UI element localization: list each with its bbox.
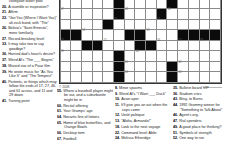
clue-number: 10.: [115, 97, 121, 101]
grid-cell[interactable]: [82, 0, 92, 8]
grid-cell[interactable]: [93, 72, 103, 82]
clue-number: 55.: [57, 89, 63, 93]
cell-number: 54: [61, 40, 64, 43]
clue-item: 51. Symbols of strength: [173, 131, 234, 135]
grid-cell[interactable]: [189, 20, 199, 30]
grid-cell[interactable]: [157, 72, 167, 82]
grid-cell[interactable]: 62: [178, 62, 188, 72]
black-cell: [114, 51, 124, 61]
grid-cell[interactable]: [135, 62, 145, 72]
clue-item: 13. "Aloha, Armando!": [115, 119, 172, 123]
cell-number: 45: [125, 0, 128, 1]
grid-cell[interactable]: 61: [125, 62, 135, 72]
black-cell: [135, 41, 145, 51]
across-clues-column: collegiate water polo20. A stumble or in…: [2, 0, 57, 150]
cell-number: 59: [61, 51, 64, 54]
grid-cell[interactable]: 63: [125, 72, 135, 82]
grid-cell[interactable]: [146, 62, 156, 72]
clue-number: 18.: [115, 125, 121, 129]
grid-cell[interactable]: [210, 0, 220, 8]
clue-item: 35. Bulletin board VIP: [173, 86, 234, 90]
grid-cell[interactable]: [125, 20, 135, 30]
grid-cell[interactable]: [135, 9, 145, 19]
grid-cell[interactable]: [82, 51, 92, 61]
grid-cell[interactable]: [82, 72, 92, 82]
grid-cell[interactable]: [167, 30, 177, 40]
clue-number: 61.: [57, 109, 63, 113]
grid-cell[interactable]: [200, 0, 210, 8]
clue-number: 38.: [2, 64, 8, 68]
clue-item: 33. It may take two to say goodbye?: [2, 42, 57, 51]
cell-number: 52: [82, 30, 85, 33]
grid-cell[interactable]: [135, 0, 145, 8]
grid-cell[interactable]: [146, 9, 156, 19]
clue-number: 36.: [173, 92, 179, 96]
clue-number: 66.: [57, 131, 63, 135]
grid-cell[interactable]: 57: [178, 41, 188, 51]
crossword-grid: 4546474849505152535455565758596061626364: [59, 0, 223, 84]
clue-number: 37.: [2, 58, 8, 62]
clue-number: 9.: [115, 92, 119, 96]
cell-number: 60: [136, 51, 139, 54]
grid-cell[interactable]: [93, 51, 103, 61]
grid-cell[interactable]: [146, 72, 156, 82]
cell-number: 48: [125, 9, 128, 12]
grid-cell[interactable]: [135, 20, 145, 30]
grid-cell[interactable]: [61, 72, 71, 82]
grid-cell[interactable]: 50: [114, 20, 124, 30]
clue-number: 8.: [115, 86, 119, 90]
grid-cell[interactable]: [157, 62, 167, 72]
grid-cell[interactable]: [93, 30, 103, 40]
clue-number: 24.: [115, 136, 121, 140]
cell-number: 61: [125, 62, 128, 65]
clue-item: 38. Muroid star of a Pixar film: [2, 64, 57, 68]
grid-cell[interactable]: [146, 0, 156, 8]
grid-cell[interactable]: [82, 20, 92, 30]
grid-cell[interactable]: [178, 20, 188, 30]
clue-number: 13.: [115, 119, 121, 123]
clue-item: 27. Record-breaking level: [2, 37, 57, 41]
grid-cell[interactable]: 46: [178, 0, 188, 8]
black-cell: [167, 0, 177, 8]
clue-item: 67. Football: [57, 137, 113, 141]
clue-number: 49.: [173, 125, 179, 129]
clue-item: 39. He wrote music for "As You Like It" …: [2, 70, 57, 79]
grid-cell[interactable]: 60: [135, 51, 145, 61]
grid-cell[interactable]: [210, 20, 220, 30]
clue-number: 51.: [173, 131, 179, 135]
clue-item: 49. A good place for thinking?: [173, 125, 234, 129]
grid-cell[interactable]: [146, 51, 156, 61]
grid-cell[interactable]: [71, 72, 81, 82]
grid-cell[interactable]: [103, 0, 113, 8]
black-cell: [93, 41, 103, 51]
grid-cell[interactable]: 56: [157, 41, 167, 51]
black-cell: [146, 41, 156, 51]
grid-cell[interactable]: [167, 41, 177, 51]
grid-cell[interactable]: [200, 62, 210, 72]
grid-cell[interactable]: [93, 20, 103, 30]
grid-cell[interactable]: 53: [146, 30, 156, 40]
clue-item: 18. Look to the next voyage: [115, 125, 172, 129]
black-cell: [103, 20, 113, 30]
black-cell: [210, 30, 220, 40]
clue-number: 23.: [2, 16, 8, 20]
grid-cell[interactable]: [61, 0, 71, 8]
black-cell: [167, 62, 177, 72]
clue-number: 39.: [2, 70, 8, 74]
grid-cell[interactable]: [189, 72, 199, 82]
black-cell: [114, 72, 124, 82]
black-cell: [71, 30, 81, 40]
clue-number: 65.: [57, 121, 63, 125]
grid-cell[interactable]: 58: [200, 41, 210, 51]
cell-number: 53: [146, 30, 149, 33]
grid-cell[interactable]: [114, 41, 124, 51]
grid-cell[interactable]: 49: [167, 9, 177, 19]
clue-item: 65. Home of blue butterflies, and Orange…: [57, 121, 113, 130]
grid-cell[interactable]: [210, 41, 220, 51]
clue-number: 35.: [173, 86, 179, 90]
grid-cell[interactable]: [71, 9, 81, 19]
grid-cell[interactable]: [200, 72, 210, 82]
black-cell: [114, 62, 124, 72]
grid-cell[interactable]: [71, 41, 81, 51]
clue-number: 52.: [173, 136, 179, 140]
clue-number: 40.: [2, 80, 8, 84]
clue-number: 26.: [2, 26, 8, 30]
grid-cell[interactable]: [189, 51, 199, 61]
clue-number: 46.: [173, 113, 179, 117]
clue-number: 41.: [2, 99, 8, 103]
grid-cell[interactable]: [189, 62, 199, 72]
grid-cell[interactable]: [93, 0, 103, 8]
clue-number: 47.: [173, 119, 179, 123]
clue-number: 67.: [57, 137, 63, 141]
clue-item: 46. Agent's org.: [173, 113, 234, 117]
clue-fragment: collegiate water polo: [2, 0, 57, 3]
grid-cell[interactable]: 52: [82, 30, 92, 40]
grid-cell[interactable]: [189, 0, 199, 8]
clue-number: 20.: [2, 5, 8, 9]
clue-item: 12. Unité politique: [115, 113, 172, 117]
clue-number: 22.: [115, 131, 121, 135]
clue-item: 52. One way to run: [173, 136, 234, 140]
cell-number: 50: [114, 19, 117, 22]
cell-number: 58: [200, 40, 203, 43]
clue-item: 24. Melissa Etheridge: [115, 136, 172, 140]
grid-cell[interactable]: [167, 51, 177, 61]
black-cell: [135, 30, 145, 40]
clue-item: 21. Affirm: [2, 10, 57, 14]
grid-cell[interactable]: 59: [61, 51, 71, 61]
clue-item: 41. Turning point: [2, 99, 57, 103]
clue-item: 60. Recital offering: [57, 104, 113, 108]
grid-cell[interactable]: [167, 20, 177, 30]
clue-item: 40. Portents, or things which may follow…: [2, 80, 57, 98]
grid-cell[interactable]: [61, 62, 71, 72]
across-clues-bottom-column: 55. Where a baseball player might be out…: [57, 89, 113, 150]
clue-item: 20. A stumble or inspiration?: [2, 5, 57, 9]
clue-number: 36.: [2, 52, 8, 56]
clue-item: 9. Weird Al's "I Want ___ Duck": [115, 92, 172, 96]
cell-number: 63: [125, 72, 128, 75]
grid-cell[interactable]: 45: [125, 0, 135, 8]
grid-cell[interactable]: [210, 62, 220, 72]
clue-item: 47. Rial spenders: [173, 119, 234, 123]
grid-cell[interactable]: 48: [125, 9, 135, 19]
grid-cell[interactable]: [200, 20, 210, 30]
grid-cell[interactable]: [82, 9, 92, 19]
grid-cell[interactable]: 55: [103, 41, 113, 51]
grid-cell[interactable]: [103, 72, 113, 82]
clue-item: 36. Stadium cries: [173, 92, 234, 96]
grid-cell[interactable]: [200, 9, 210, 19]
down-clues-column-2: 35. Bulletin board VIP36. Stadium cries4…: [173, 86, 234, 150]
grid-cell[interactable]: [103, 9, 113, 19]
clue-item: 36. Harried dad's heart's desire?: [2, 52, 57, 56]
grid-cell[interactable]: [200, 51, 210, 61]
black-cell: [125, 30, 135, 40]
grid-cell[interactable]: [71, 62, 81, 72]
cell-number: 47: [61, 9, 64, 12]
grid-cell[interactable]: [146, 20, 156, 30]
clue-item: 37. Weird Al's "The ___ Begins": [2, 58, 57, 62]
cell-number: 62: [179, 62, 182, 65]
grid-cell[interactable]: [189, 9, 199, 19]
clue-item: 61. Your Gramps' age: [57, 109, 113, 113]
cell-number: 49: [168, 9, 171, 12]
cell-number: 55: [104, 40, 107, 43]
down-clues-column-1: 8. Minor spasms9. Weird Al's "I Want ___…: [115, 86, 172, 150]
grid-cell[interactable]: [114, 30, 124, 40]
cell-number: 64: [179, 72, 182, 75]
clue-number: 60.: [57, 104, 63, 108]
clue-number: 64.: [57, 115, 63, 119]
grid-cell[interactable]: [93, 9, 103, 19]
grid-cell[interactable]: [71, 51, 81, 61]
grid-cell[interactable]: [103, 62, 113, 72]
cell-number: 57: [179, 40, 182, 43]
clue-number: 33.: [2, 42, 8, 46]
clue-item: 66. Desktop item: [57, 131, 113, 135]
grid-cell[interactable]: [189, 41, 199, 51]
clue-item: 55. Where a baseball player might be out…: [57, 89, 113, 102]
cell-number: 51: [157, 19, 160, 22]
crossword-page: 4546474849505152535455565758596061626364…: [0, 0, 235, 150]
grid-cell[interactable]: 47: [61, 9, 71, 19]
grid-cell[interactable]: [210, 51, 220, 61]
clue-number: 12.: [115, 113, 121, 117]
grid-cell[interactable]: [178, 9, 188, 19]
black-cell: [82, 41, 92, 51]
clue-number: 21.: [2, 10, 8, 14]
cell-number: 56: [157, 40, 160, 43]
grid-cell[interactable]: 54: [61, 41, 71, 51]
black-cell: [114, 0, 124, 8]
grid-cell[interactable]: [210, 9, 220, 19]
clue-number: 43.: [173, 97, 179, 101]
clue-item: 10. Avian aper: [115, 97, 172, 101]
clue-number: 44.: [173, 103, 179, 107]
grid-cell[interactable]: [210, 72, 220, 82]
grid-cell[interactable]: [103, 51, 113, 61]
grid-cell[interactable]: [125, 51, 135, 61]
grid-cell[interactable]: 64: [178, 72, 188, 82]
grid-cell[interactable]: [125, 41, 135, 51]
grid-cell[interactable]: [157, 51, 167, 61]
grid-cell[interactable]: 51: [157, 20, 167, 30]
clue-item: 8. Minor spasms: [115, 86, 172, 90]
clue-item: 11. It'll give you an out when the cops …: [115, 103, 172, 112]
copyright-text: © 2008: [59, 85, 69, 89]
black-cell: [189, 30, 199, 40]
cell-number: 46: [179, 0, 182, 1]
clue-item: 22. Command level: Abbr.: [115, 131, 172, 135]
black-cell: [167, 72, 177, 82]
grid-cell[interactable]: [178, 51, 188, 61]
grid-cell[interactable]: [71, 0, 81, 8]
grid-cell[interactable]: [82, 62, 92, 72]
clue-item: 23. "Got You (Where I Want You)" alt-roc…: [2, 16, 57, 25]
grid-cell[interactable]: [71, 20, 81, 30]
grid-cell[interactable]: [157, 0, 167, 8]
clue-number: 11.: [115, 103, 121, 107]
grid-cell[interactable]: [61, 20, 71, 30]
grid-cell[interactable]: [135, 72, 145, 82]
clue-item: 43. Bitsy, to Burns: [173, 97, 234, 101]
grid-cell[interactable]: [93, 62, 103, 72]
clue-number: 27.: [2, 37, 8, 41]
clue-item: 44. 1992 Grammy winner for "Something to…: [173, 103, 234, 112]
clue-item: 26. Bolivia's "Saint Ernesto", more fami…: [2, 26, 57, 35]
clue-item: 64. Novartis line of lotions: [57, 115, 113, 119]
